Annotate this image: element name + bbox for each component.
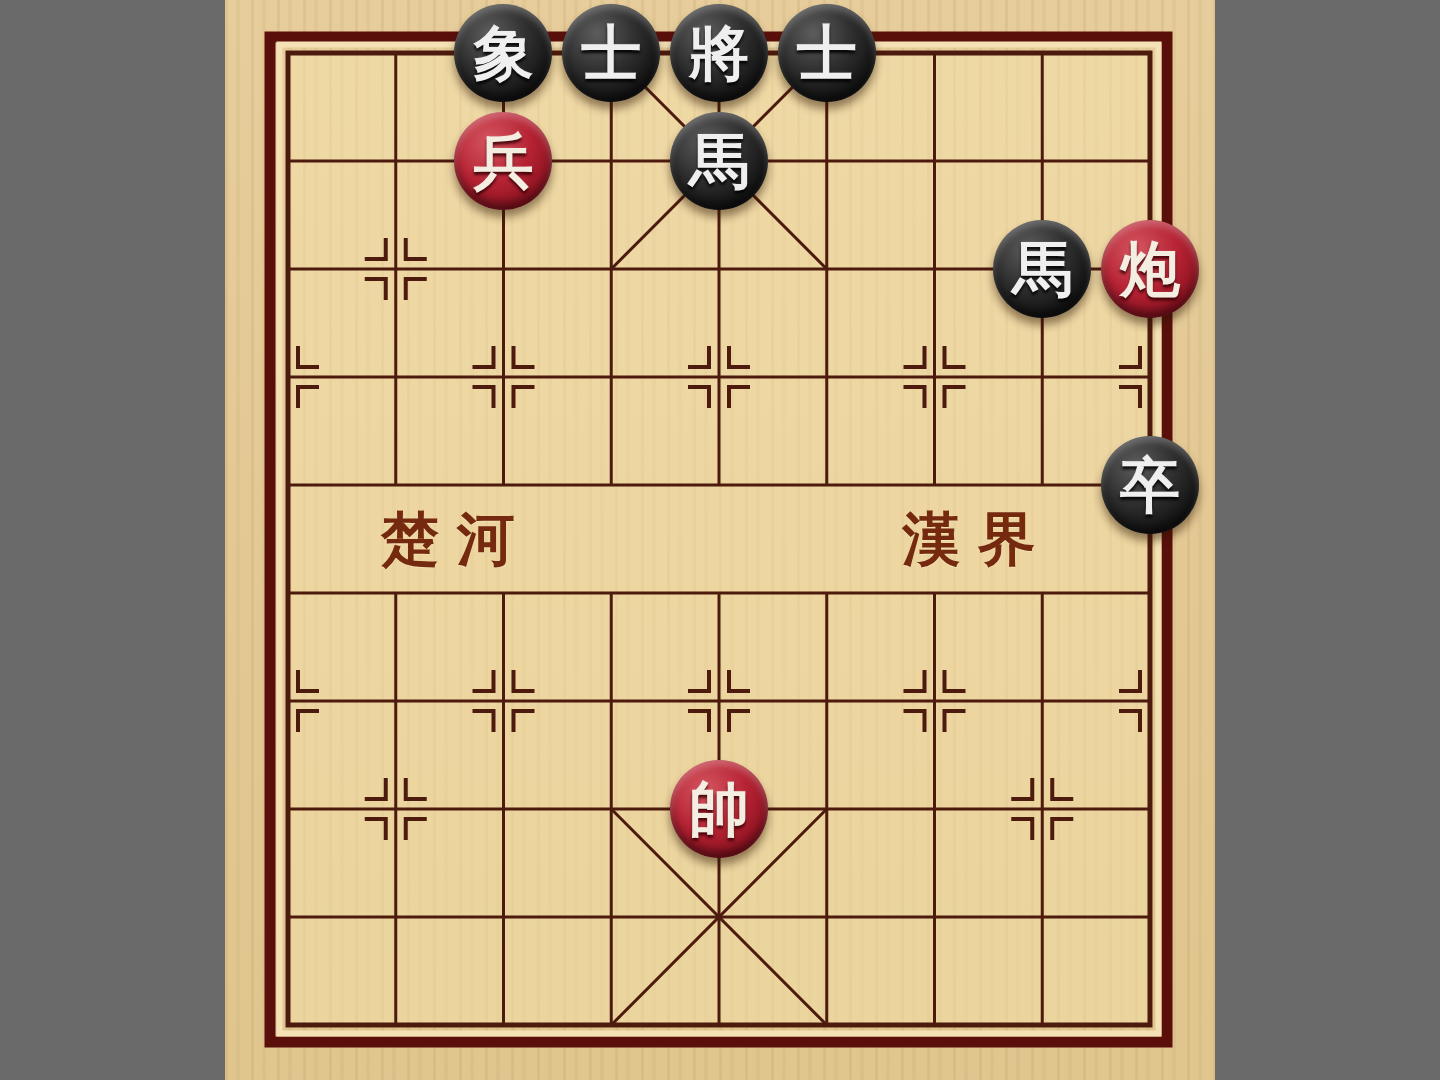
wood-background: 楚河 漢界 象士將士兵馬馬炮卒帥 — [225, 0, 1215, 1080]
piece-red-soldier[interactable]: 兵 — [454, 112, 552, 210]
piece-black-advisor[interactable]: 士 — [778, 4, 876, 102]
piece-glyph: 象 — [473, 23, 533, 83]
piece-glyph: 士 — [797, 23, 857, 83]
piece-glyph: 士 — [581, 23, 641, 83]
piece-black-horse[interactable]: 馬 — [993, 220, 1091, 318]
piece-black-general[interactable]: 將 — [670, 4, 768, 102]
piece-glyph: 馬 — [689, 131, 749, 191]
app-screen: 楚河 漢界 象士將士兵馬馬炮卒帥 — [0, 0, 1440, 1080]
letterbox-left — [0, 0, 225, 1080]
piece-black-advisor[interactable]: 士 — [562, 4, 660, 102]
letterbox-right — [1215, 0, 1440, 1080]
piece-glyph: 兵 — [473, 131, 533, 191]
xiangqi-board[interactable]: 象士將士兵馬馬炮卒帥 — [234, 0, 1204, 1079]
piece-red-cannon[interactable]: 炮 — [1101, 220, 1199, 318]
piece-glyph: 馬 — [1012, 239, 1072, 299]
piece-black-elephant[interactable]: 象 — [454, 4, 552, 102]
piece-black-horse[interactable]: 馬 — [670, 112, 768, 210]
piece-glyph: 卒 — [1120, 455, 1180, 515]
piece-black-soldier[interactable]: 卒 — [1101, 436, 1199, 534]
piece-glyph: 將 — [689, 23, 749, 83]
piece-red-general[interactable]: 帥 — [670, 760, 768, 858]
piece-glyph: 帥 — [689, 779, 749, 839]
piece-glyph: 炮 — [1120, 239, 1180, 299]
